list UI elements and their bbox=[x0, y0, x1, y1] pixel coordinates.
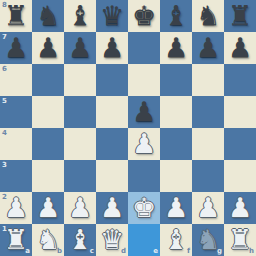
square-a4[interactable]: 4 bbox=[0, 128, 32, 160]
black-pawn-e5[interactable]: ♟ bbox=[132, 98, 156, 125]
square-e6[interactable] bbox=[128, 64, 160, 96]
white-knight-g1[interactable]: ♞ bbox=[196, 226, 220, 253]
square-d6[interactable] bbox=[96, 64, 128, 96]
white-king-e2[interactable]: ♚ bbox=[132, 194, 156, 221]
square-d4[interactable] bbox=[96, 128, 128, 160]
white-bishop-f1[interactable]: ♝ bbox=[164, 226, 188, 253]
black-pawn-d7[interactable]: ♟ bbox=[100, 34, 124, 61]
square-g2[interactable]: ♟ bbox=[192, 192, 224, 224]
white-pawn-f2[interactable]: ♟ bbox=[164, 194, 188, 221]
white-pawn-d2[interactable]: ♟ bbox=[100, 194, 124, 221]
square-e8[interactable]: ♚ bbox=[128, 0, 160, 32]
square-d2[interactable]: ♟ bbox=[96, 192, 128, 224]
rank-label-6: 6 bbox=[2, 65, 7, 73]
white-pawn-g2[interactable]: ♟ bbox=[196, 194, 220, 221]
square-c4[interactable] bbox=[64, 128, 96, 160]
square-c7[interactable]: ♟ bbox=[64, 32, 96, 64]
square-c8[interactable]: ♝ bbox=[64, 0, 96, 32]
white-pawn-a2[interactable]: ♟ bbox=[4, 194, 28, 221]
white-pawn-b2[interactable]: ♟ bbox=[36, 194, 60, 221]
square-b5[interactable] bbox=[32, 96, 64, 128]
chess-board: 8♜♞♝♛♚♝♞♜7♟♟♟♟♟♟♟65♟4♟32♟♟♟♟♚♟♟♟1a♜b♞c♝d… bbox=[0, 0, 256, 256]
rank-label-4: 4 bbox=[2, 129, 7, 137]
square-b6[interactable] bbox=[32, 64, 64, 96]
square-d8[interactable]: ♛ bbox=[96, 0, 128, 32]
square-h2[interactable]: ♟ bbox=[224, 192, 256, 224]
black-pawn-c7[interactable]: ♟ bbox=[68, 34, 92, 61]
square-g5[interactable] bbox=[192, 96, 224, 128]
square-h3[interactable] bbox=[224, 160, 256, 192]
square-h7[interactable]: ♟ bbox=[224, 32, 256, 64]
square-a6[interactable]: 6 bbox=[0, 64, 32, 96]
black-pawn-h7[interactable]: ♟ bbox=[228, 34, 252, 61]
square-a1[interactable]: 1a♜ bbox=[0, 224, 32, 256]
square-b2[interactable]: ♟ bbox=[32, 192, 64, 224]
square-a7[interactable]: 7♟ bbox=[0, 32, 32, 64]
square-f8[interactable]: ♝ bbox=[160, 0, 192, 32]
square-f4[interactable] bbox=[160, 128, 192, 160]
square-h5[interactable] bbox=[224, 96, 256, 128]
square-c3[interactable] bbox=[64, 160, 96, 192]
square-b7[interactable]: ♟ bbox=[32, 32, 64, 64]
black-king-e8[interactable]: ♚ bbox=[132, 2, 156, 29]
square-f2[interactable]: ♟ bbox=[160, 192, 192, 224]
square-c1[interactable]: c♝ bbox=[64, 224, 96, 256]
square-c6[interactable] bbox=[64, 64, 96, 96]
square-a3[interactable]: 3 bbox=[0, 160, 32, 192]
black-pawn-f7[interactable]: ♟ bbox=[164, 34, 188, 61]
black-rook-a8[interactable]: ♜ bbox=[4, 2, 28, 29]
black-pawn-g7[interactable]: ♟ bbox=[196, 34, 220, 61]
square-e5[interactable]: ♟ bbox=[128, 96, 160, 128]
square-e4[interactable]: ♟ bbox=[128, 128, 160, 160]
white-rook-h1[interactable]: ♜ bbox=[228, 226, 252, 253]
square-f6[interactable] bbox=[160, 64, 192, 96]
square-b3[interactable] bbox=[32, 160, 64, 192]
white-knight-b1[interactable]: ♞ bbox=[36, 226, 60, 253]
square-f1[interactable]: f♝ bbox=[160, 224, 192, 256]
square-d3[interactable] bbox=[96, 160, 128, 192]
square-d1[interactable]: d♛ bbox=[96, 224, 128, 256]
white-pawn-e4[interactable]: ♟ bbox=[132, 130, 156, 157]
square-f7[interactable]: ♟ bbox=[160, 32, 192, 64]
white-pawn-c2[interactable]: ♟ bbox=[68, 194, 92, 221]
black-bishop-c8[interactable]: ♝ bbox=[68, 2, 92, 29]
square-a2[interactable]: 2♟ bbox=[0, 192, 32, 224]
black-knight-g8[interactable]: ♞ bbox=[196, 2, 220, 29]
square-b4[interactable] bbox=[32, 128, 64, 160]
square-c2[interactable]: ♟ bbox=[64, 192, 96, 224]
white-queen-d1[interactable]: ♛ bbox=[100, 226, 124, 253]
square-a8[interactable]: 8♜ bbox=[0, 0, 32, 32]
rank-label-3: 3 bbox=[2, 161, 7, 169]
square-a5[interactable]: 5 bbox=[0, 96, 32, 128]
black-knight-b8[interactable]: ♞ bbox=[36, 2, 60, 29]
square-e7[interactable] bbox=[128, 32, 160, 64]
black-pawn-a7[interactable]: ♟ bbox=[4, 34, 28, 61]
square-g8[interactable]: ♞ bbox=[192, 0, 224, 32]
white-bishop-c1[interactable]: ♝ bbox=[68, 226, 92, 253]
square-g3[interactable] bbox=[192, 160, 224, 192]
square-b8[interactable]: ♞ bbox=[32, 0, 64, 32]
square-h6[interactable] bbox=[224, 64, 256, 96]
square-g4[interactable] bbox=[192, 128, 224, 160]
square-f5[interactable] bbox=[160, 96, 192, 128]
square-g7[interactable]: ♟ bbox=[192, 32, 224, 64]
file-label-e: e bbox=[153, 247, 158, 255]
square-g6[interactable] bbox=[192, 64, 224, 96]
white-pawn-h2[interactable]: ♟ bbox=[228, 194, 252, 221]
square-h1[interactable]: h♜ bbox=[224, 224, 256, 256]
square-d7[interactable]: ♟ bbox=[96, 32, 128, 64]
square-c5[interactable] bbox=[64, 96, 96, 128]
square-g1[interactable]: g♞ bbox=[192, 224, 224, 256]
white-rook-a1[interactable]: ♜ bbox=[4, 226, 28, 253]
square-h4[interactable] bbox=[224, 128, 256, 160]
square-e2[interactable]: ♚ bbox=[128, 192, 160, 224]
black-bishop-f8[interactable]: ♝ bbox=[164, 2, 188, 29]
black-pawn-b7[interactable]: ♟ bbox=[36, 34, 60, 61]
black-queen-d8[interactable]: ♛ bbox=[100, 2, 124, 29]
square-d5[interactable] bbox=[96, 96, 128, 128]
square-h8[interactable]: ♜ bbox=[224, 0, 256, 32]
rank-label-5: 5 bbox=[2, 97, 7, 105]
black-rook-h8[interactable]: ♜ bbox=[228, 2, 252, 29]
square-e3[interactable] bbox=[128, 160, 160, 192]
square-f3[interactable] bbox=[160, 160, 192, 192]
square-b1[interactable]: b♞ bbox=[32, 224, 64, 256]
square-e1[interactable]: e bbox=[128, 224, 160, 256]
